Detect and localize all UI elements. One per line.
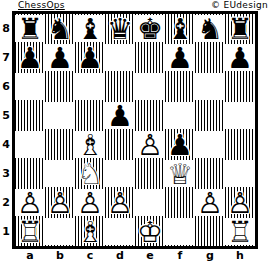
square-c5 <box>75 101 105 130</box>
file-label-a: a <box>15 249 45 263</box>
square-b3 <box>45 159 75 188</box>
square-f4: ♟♟ <box>165 130 195 159</box>
square-c4: ♝♗ <box>75 130 105 159</box>
square-f1 <box>165 217 195 246</box>
square-c6 <box>75 72 105 101</box>
square-h1: ♜♖ <box>225 217 255 246</box>
piece-white-pawn-d2: ♟♙ <box>107 189 133 218</box>
header: ChessOps © EUdesign <box>0 0 270 11</box>
piece-black-knight-b8: ♞♞ <box>47 15 73 44</box>
square-e7 <box>135 43 165 72</box>
square-e5 <box>135 101 165 130</box>
piece-black-pawn-h7: ♟♟ <box>227 44 253 73</box>
square-c2: ♟♙ <box>75 188 105 217</box>
square-h4 <box>225 130 255 159</box>
piece-white-bishop-c4: ♝♗ <box>77 131 103 160</box>
copyright-credit: © EUdesign <box>211 0 268 10</box>
square-e8: ♚♚ <box>135 14 165 43</box>
square-h7: ♟♟ <box>225 43 255 72</box>
file-label-g: g <box>195 249 225 263</box>
chess-diagram-page: ChessOps © EUdesign 87654321 ♜♜♞♞♝♝♛♛♚♚♝… <box>0 0 270 270</box>
square-b7: ♟♟ <box>45 43 75 72</box>
square-d2: ♟♙ <box>105 188 135 217</box>
square-e4: ♟♙ <box>135 130 165 159</box>
file-label-e: e <box>135 249 165 263</box>
piece-black-pawn-c7: ♟♟ <box>77 44 103 73</box>
square-g2: ♟♙ <box>195 188 225 217</box>
square-a5 <box>15 101 45 130</box>
square-b4 <box>45 130 75 159</box>
rank-label-3: 3 <box>0 159 12 188</box>
square-b2: ♟♙ <box>45 188 75 217</box>
square-d8: ♛♛ <box>105 14 135 43</box>
square-h2: ♟♙ <box>225 188 255 217</box>
square-a2: ♟♙ <box>15 188 45 217</box>
rank-labels: 87654321 <box>0 14 12 246</box>
piece-black-pawn-d5: ♟♟ <box>107 102 133 131</box>
piece-black-pawn-f4: ♟♟ <box>167 131 193 160</box>
piece-white-pawn-b2: ♟♙ <box>47 189 73 218</box>
rank-label-1: 1 <box>0 217 12 246</box>
square-g6 <box>195 72 225 101</box>
rank-label-7: 7 <box>0 43 12 72</box>
square-c7: ♟♟ <box>75 43 105 72</box>
file-label-f: f <box>165 249 195 263</box>
square-e2 <box>135 188 165 217</box>
piece-black-rook-a8: ♜♜ <box>17 15 43 44</box>
app-title-link[interactable]: ChessOps <box>18 0 65 10</box>
piece-black-king-e8: ♚♚ <box>137 15 163 44</box>
square-h6 <box>225 72 255 101</box>
square-f7: ♟♟ <box>165 43 195 72</box>
piece-black-rook-h8: ♜♜ <box>227 15 253 44</box>
piece-black-pawn-b7: ♟♟ <box>47 44 73 73</box>
rank-label-8: 8 <box>0 14 12 43</box>
square-h5 <box>225 101 255 130</box>
square-a1: ♜♖ <box>15 217 45 246</box>
square-d4 <box>105 130 135 159</box>
piece-white-queen-f3: ♛♕ <box>167 160 193 189</box>
square-f8: ♝♝ <box>165 14 195 43</box>
piece-black-bishop-c8: ♝♝ <box>77 15 103 44</box>
rank-label-2: 2 <box>0 188 12 217</box>
square-g8: ♞♞ <box>195 14 225 43</box>
square-b5 <box>45 101 75 130</box>
square-d6 <box>105 72 135 101</box>
file-label-c: c <box>75 249 105 263</box>
square-d7 <box>105 43 135 72</box>
square-g5 <box>195 101 225 130</box>
piece-black-bishop-f8: ♝♝ <box>167 15 193 44</box>
square-b8: ♞♞ <box>45 14 75 43</box>
file-label-h: h <box>225 249 255 263</box>
square-e1: ♚♔ <box>135 217 165 246</box>
square-a7: ♟♟ <box>15 43 45 72</box>
square-h8: ♜♜ <box>225 14 255 43</box>
file-label-b: b <box>45 249 75 263</box>
square-b1 <box>45 217 75 246</box>
file-labels: abcdefgh <box>15 249 255 263</box>
square-f2 <box>165 188 195 217</box>
piece-black-knight-g8: ♞♞ <box>197 15 223 44</box>
square-a6 <box>15 72 45 101</box>
piece-white-pawn-c2: ♟♙ <box>77 189 103 218</box>
square-a8: ♜♜ <box>15 14 45 43</box>
piece-white-rook-h1: ♜♖ <box>227 218 253 247</box>
square-c8: ♝♝ <box>75 14 105 43</box>
square-c1: ♝♗ <box>75 217 105 246</box>
square-a3 <box>15 159 45 188</box>
piece-white-king-e1: ♚♔ <box>137 218 163 247</box>
square-d3 <box>105 159 135 188</box>
square-e6 <box>135 72 165 101</box>
piece-black-pawn-a7: ♟♟ <box>17 44 43 73</box>
piece-white-knight-c3: ♞♘ <box>77 160 103 189</box>
square-e3 <box>135 159 165 188</box>
piece-white-pawn-e4: ♟♙ <box>137 131 163 160</box>
square-d1 <box>105 217 135 246</box>
square-g1 <box>195 217 225 246</box>
rank-label-4: 4 <box>0 130 12 159</box>
piece-white-pawn-g2: ♟♙ <box>197 189 223 218</box>
piece-white-bishop-c1: ♝♗ <box>77 218 103 247</box>
piece-black-queen-d8: ♛♛ <box>107 15 133 44</box>
piece-white-rook-a1: ♜♖ <box>17 218 43 247</box>
square-f6 <box>165 72 195 101</box>
square-a4 <box>15 130 45 159</box>
square-b6 <box>45 72 75 101</box>
rank-label-6: 6 <box>0 72 12 101</box>
piece-black-pawn-f7: ♟♟ <box>167 44 193 73</box>
file-label-d: d <box>105 249 135 263</box>
square-d5: ♟♟ <box>105 101 135 130</box>
square-g7 <box>195 43 225 72</box>
chess-board: ♜♜♞♞♝♝♛♛♚♚♝♝♞♞♜♜♟♟♟♟♟♟♟♟♟♟♟♟♝♗♟♙♟♟♞♘♛♕♟♙… <box>12 11 258 249</box>
piece-white-pawn-h2: ♟♙ <box>227 189 253 218</box>
square-c3: ♞♘ <box>75 159 105 188</box>
square-h3 <box>225 159 255 188</box>
rank-label-5: 5 <box>0 101 12 130</box>
square-g4 <box>195 130 225 159</box>
piece-white-pawn-a2: ♟♙ <box>17 189 43 218</box>
square-f5 <box>165 101 195 130</box>
square-g3 <box>195 159 225 188</box>
square-f3: ♛♕ <box>165 159 195 188</box>
